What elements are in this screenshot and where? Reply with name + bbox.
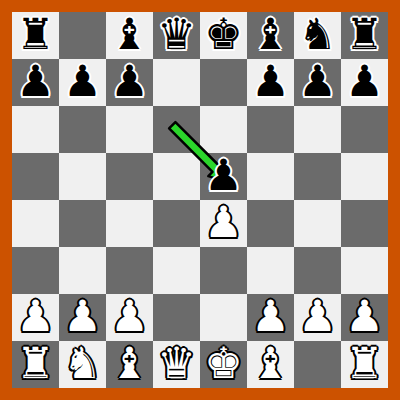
square-h2[interactable]: ♟ — [341, 294, 388, 341]
piece-white-king[interactable]: ♚ — [204, 340, 243, 387]
square-d6[interactable] — [153, 106, 200, 153]
square-a4[interactable] — [12, 200, 59, 247]
square-e8[interactable]: ♚ — [200, 12, 247, 59]
square-f5[interactable] — [247, 153, 294, 200]
square-c1[interactable]: ♝ — [106, 341, 153, 388]
square-e7[interactable] — [200, 59, 247, 106]
square-h1[interactable]: ♜ — [341, 341, 388, 388]
square-c4[interactable] — [106, 200, 153, 247]
square-c8[interactable]: ♝ — [106, 12, 153, 59]
square-c5[interactable] — [106, 153, 153, 200]
square-h5[interactable] — [341, 153, 388, 200]
piece-white-pawn[interactable]: ♟ — [345, 293, 384, 340]
square-h3[interactable] — [341, 247, 388, 294]
piece-black-king[interactable]: ♚ — [204, 11, 243, 58]
square-e6[interactable] — [200, 106, 247, 153]
square-d3[interactable] — [153, 247, 200, 294]
square-h8[interactable]: ♜ — [341, 12, 388, 59]
square-b8[interactable] — [59, 12, 106, 59]
square-g8[interactable]: ♞ — [294, 12, 341, 59]
square-g5[interactable] — [294, 153, 341, 200]
piece-black-knight[interactable]: ♞ — [298, 11, 337, 58]
piece-white-pawn[interactable]: ♟ — [63, 293, 102, 340]
square-a2[interactable]: ♟ — [12, 294, 59, 341]
square-g3[interactable] — [294, 247, 341, 294]
piece-black-queen[interactable]: ♛ — [157, 11, 196, 58]
square-b2[interactable]: ♟ — [59, 294, 106, 341]
piece-white-pawn[interactable]: ♟ — [16, 293, 55, 340]
square-c7[interactable]: ♟ — [106, 59, 153, 106]
piece-black-bishop[interactable]: ♝ — [110, 11, 149, 58]
piece-black-pawn[interactable]: ♟ — [204, 152, 243, 199]
square-b3[interactable] — [59, 247, 106, 294]
square-g1[interactable] — [294, 341, 341, 388]
piece-black-pawn[interactable]: ♟ — [63, 58, 102, 105]
square-f8[interactable]: ♝ — [247, 12, 294, 59]
square-b6[interactable] — [59, 106, 106, 153]
square-c6[interactable] — [106, 106, 153, 153]
square-d2[interactable] — [153, 294, 200, 341]
square-b4[interactable] — [59, 200, 106, 247]
square-c3[interactable] — [106, 247, 153, 294]
piece-white-bishop[interactable]: ♝ — [251, 340, 290, 387]
square-a3[interactable] — [12, 247, 59, 294]
square-f3[interactable] — [247, 247, 294, 294]
square-h6[interactable] — [341, 106, 388, 153]
square-e2[interactable] — [200, 294, 247, 341]
square-e5[interactable]: ♟ — [200, 153, 247, 200]
square-f2[interactable]: ♟ — [247, 294, 294, 341]
piece-white-queen[interactable]: ♛ — [157, 340, 196, 387]
board-frame: ♜♝♛♚♝♞♜♟♟♟♟♟♟♟♟♟♟♟♟♟♟♜♞♝♛♚♝♜ — [0, 0, 400, 400]
square-g7[interactable]: ♟ — [294, 59, 341, 106]
piece-black-pawn[interactable]: ♟ — [298, 58, 337, 105]
piece-white-pawn[interactable]: ♟ — [110, 293, 149, 340]
piece-white-pawn[interactable]: ♟ — [298, 293, 337, 340]
square-b1[interactable]: ♞ — [59, 341, 106, 388]
square-h7[interactable]: ♟ — [341, 59, 388, 106]
square-g4[interactable] — [294, 200, 341, 247]
square-g6[interactable] — [294, 106, 341, 153]
square-d7[interactable] — [153, 59, 200, 106]
piece-black-rook[interactable]: ♜ — [16, 11, 55, 58]
square-d8[interactable]: ♛ — [153, 12, 200, 59]
square-e1[interactable]: ♚ — [200, 341, 247, 388]
square-d4[interactable] — [153, 200, 200, 247]
square-a8[interactable]: ♜ — [12, 12, 59, 59]
square-e3[interactable] — [200, 247, 247, 294]
piece-white-pawn[interactable]: ♟ — [204, 199, 243, 246]
piece-black-pawn[interactable]: ♟ — [16, 58, 55, 105]
square-f6[interactable] — [247, 106, 294, 153]
square-b7[interactable]: ♟ — [59, 59, 106, 106]
piece-black-pawn[interactable]: ♟ — [345, 58, 384, 105]
square-a5[interactable] — [12, 153, 59, 200]
piece-white-rook[interactable]: ♜ — [16, 340, 55, 387]
square-f4[interactable] — [247, 200, 294, 247]
piece-white-pawn[interactable]: ♟ — [251, 293, 290, 340]
chess-board[interactable]: ♜♝♛♚♝♞♜♟♟♟♟♟♟♟♟♟♟♟♟♟♟♜♞♝♛♚♝♜ — [12, 12, 388, 388]
piece-white-knight[interactable]: ♞ — [63, 340, 102, 387]
square-c2[interactable]: ♟ — [106, 294, 153, 341]
square-e4[interactable]: ♟ — [200, 200, 247, 247]
piece-black-bishop[interactable]: ♝ — [251, 11, 290, 58]
piece-black-rook[interactable]: ♜ — [345, 11, 384, 58]
piece-white-rook[interactable]: ♜ — [345, 340, 384, 387]
square-f7[interactable]: ♟ — [247, 59, 294, 106]
square-d5[interactable] — [153, 153, 200, 200]
piece-white-bishop[interactable]: ♝ — [110, 340, 149, 387]
square-g2[interactable]: ♟ — [294, 294, 341, 341]
square-a1[interactable]: ♜ — [12, 341, 59, 388]
piece-black-pawn[interactable]: ♟ — [110, 58, 149, 105]
square-d1[interactable]: ♛ — [153, 341, 200, 388]
square-b5[interactable] — [59, 153, 106, 200]
square-a6[interactable] — [12, 106, 59, 153]
square-f1[interactable]: ♝ — [247, 341, 294, 388]
square-a7[interactable]: ♟ — [12, 59, 59, 106]
piece-black-pawn[interactable]: ♟ — [251, 58, 290, 105]
square-h4[interactable] — [341, 200, 388, 247]
